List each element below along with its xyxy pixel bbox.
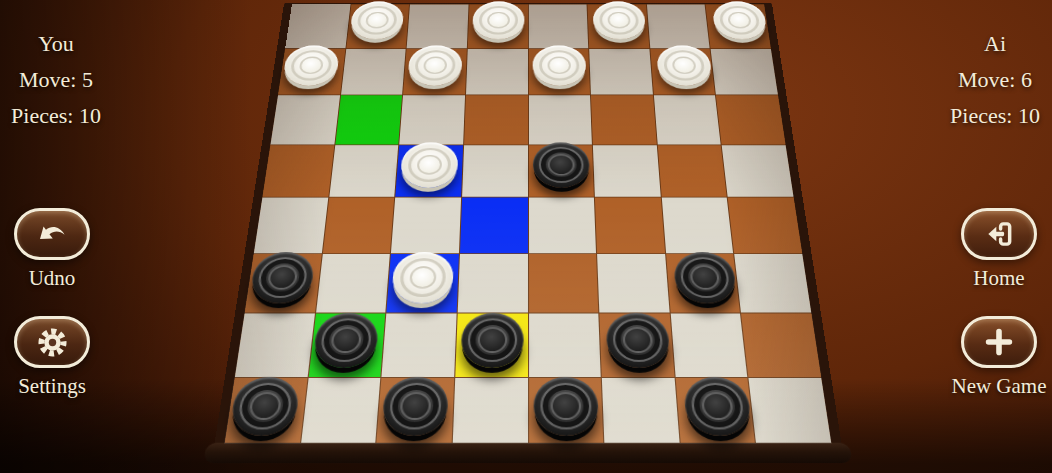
board-square-r5c8[interactable]: [728, 198, 802, 253]
board-square-r5c1[interactable]: [254, 198, 328, 253]
player-stats-left: You Move: 5 Pieces: 10: [0, 26, 112, 134]
board-square-r2c6[interactable]: [589, 49, 652, 95]
gear-icon: [36, 326, 69, 359]
board-square-r7c7[interactable]: [670, 313, 747, 376]
board-square-r7c5[interactable]: [529, 313, 601, 376]
checkers-game-screen: { "game": "checkers", "position": { "pdn…: [0, 0, 1052, 473]
board-square-r4c4[interactable]: [462, 145, 528, 197]
board-square-r7c8[interactable]: [741, 313, 821, 376]
board-square-r7c3[interactable]: [382, 313, 457, 376]
black-checker[interactable]: [248, 252, 315, 303]
board-square-r5c4[interactable]: [460, 198, 528, 253]
board-square-r2c1[interactable]: [278, 49, 345, 95]
board-square-r6c4[interactable]: [458, 254, 528, 313]
board-square-r4c6[interactable]: [593, 145, 661, 197]
board-square-r1c4[interactable]: [468, 4, 528, 47]
home-button[interactable]: [961, 208, 1037, 260]
board-square-r7c2[interactable]: [308, 313, 385, 376]
board-square-r4c2[interactable]: [329, 145, 398, 197]
board-grid: [225, 4, 832, 444]
board-square-r1c7[interactable]: [647, 4, 710, 47]
board-square-r8c7[interactable]: [675, 377, 755, 444]
board-square-r4c1[interactable]: [263, 145, 334, 197]
board-square-r3c5[interactable]: [528, 95, 592, 144]
board-square-r3c7[interactable]: [654, 95, 721, 144]
settings-button-group: Settings: [0, 316, 122, 399]
white-checker[interactable]: [472, 1, 524, 39]
white-checker[interactable]: [391, 252, 454, 303]
move-counter-ai: Move: 6: [938, 62, 1052, 98]
black-checker[interactable]: [605, 313, 670, 368]
board-square-r7c4[interactable]: [455, 313, 527, 376]
board-square-r1c6[interactable]: [588, 4, 650, 47]
board-square-r5c2[interactable]: [323, 198, 395, 253]
white-checker[interactable]: [592, 1, 646, 39]
black-checker[interactable]: [460, 313, 523, 368]
new-game-button-group: New Game: [929, 316, 1052, 399]
settings-button[interactable]: [14, 316, 90, 368]
white-checker[interactable]: [350, 1, 405, 39]
black-checker[interactable]: [228, 377, 300, 436]
black-checker[interactable]: [381, 377, 449, 436]
board-square-r8c8[interactable]: [749, 377, 832, 444]
board-square-r6c3[interactable]: [387, 254, 459, 313]
new-game-button[interactable]: [961, 316, 1037, 368]
board-square-r2c3[interactable]: [403, 49, 466, 95]
board-square-r4c7[interactable]: [658, 145, 727, 197]
board-square-r2c5[interactable]: [528, 49, 590, 95]
exit-door-icon: [983, 218, 1015, 250]
board-square-r6c6[interactable]: [597, 254, 669, 313]
board-square-r3c6[interactable]: [591, 95, 656, 144]
board-square-r8c1[interactable]: [225, 377, 308, 444]
board-square-r3c8[interactable]: [716, 95, 785, 144]
white-checker[interactable]: [533, 46, 587, 86]
black-checker[interactable]: [534, 377, 600, 436]
black-checker[interactable]: [533, 143, 590, 188]
board-square-r5c3[interactable]: [391, 198, 461, 253]
board-square-r5c6[interactable]: [595, 198, 665, 253]
board-square-r4c8[interactable]: [722, 145, 793, 197]
pieces-counter-you: Pieces: 10: [0, 98, 112, 134]
black-checker[interactable]: [672, 252, 737, 303]
player-stats-ai: Ai Move: 6 Pieces: 10: [938, 26, 1052, 134]
white-checker[interactable]: [407, 46, 462, 86]
board-square-r6c2[interactable]: [316, 254, 390, 313]
board-square-r1c1[interactable]: [285, 4, 350, 47]
board-square-r2c2[interactable]: [341, 49, 406, 95]
pieces-counter-ai: Pieces: 10: [938, 98, 1052, 134]
board-square-r1c5[interactable]: [528, 4, 588, 47]
board-square-r6c5[interactable]: [529, 254, 599, 313]
board-square-r2c4[interactable]: [466, 49, 528, 95]
undo-button-group: Udno: [0, 208, 122, 291]
board-square-r8c4[interactable]: [453, 377, 528, 444]
board-square-r1c8[interactable]: [706, 4, 771, 47]
board-square-r2c8[interactable]: [711, 49, 778, 95]
white-checker[interactable]: [656, 46, 713, 86]
board-square-r8c6[interactable]: [602, 377, 679, 444]
board-square-r3c4[interactable]: [464, 95, 528, 144]
board-square-r8c2[interactable]: [301, 377, 381, 444]
board-square-r6c1[interactable]: [245, 254, 322, 313]
board-square-r4c3[interactable]: [395, 145, 463, 197]
board-square-r4c5[interactable]: [528, 145, 594, 197]
board-square-r1c3[interactable]: [407, 4, 469, 47]
checkers-board: [213, 3, 844, 456]
player-name-you: You: [0, 26, 112, 62]
plus-icon: [983, 326, 1015, 358]
board-square-r2c7[interactable]: [650, 49, 715, 95]
white-checker[interactable]: [282, 46, 341, 86]
board-square-r8c3[interactable]: [377, 377, 454, 444]
white-checker[interactable]: [712, 1, 769, 39]
player-name-ai: Ai: [938, 26, 1052, 62]
board-square-r7c1[interactable]: [235, 313, 315, 376]
undo-button[interactable]: [14, 208, 90, 260]
undo-button-label: Udno: [29, 266, 76, 291]
new-game-button-label: New Game: [951, 374, 1046, 399]
board-square-r7c6[interactable]: [600, 313, 675, 376]
board-square-r5c5[interactable]: [528, 198, 596, 253]
board-square-r1c2[interactable]: [346, 4, 409, 47]
board-square-r3c3[interactable]: [400, 95, 465, 144]
board-square-r3c2[interactable]: [335, 95, 402, 144]
move-counter-you: Move: 5: [0, 62, 112, 98]
board-square-r5c7[interactable]: [662, 198, 734, 253]
black-checker[interactable]: [682, 377, 752, 436]
settings-button-label: Settings: [18, 374, 86, 399]
board-square-r6c7[interactable]: [666, 254, 740, 313]
undo-arrow-icon: [28, 210, 76, 258]
home-button-label: Home: [973, 266, 1024, 291]
home-button-group: Home: [929, 208, 1052, 291]
board-square-r8c5[interactable]: [529, 377, 604, 444]
white-checker[interactable]: [400, 143, 459, 188]
board-square-r6c8[interactable]: [735, 254, 812, 313]
black-checker[interactable]: [313, 313, 381, 368]
board-square-r3c1[interactable]: [271, 95, 340, 144]
